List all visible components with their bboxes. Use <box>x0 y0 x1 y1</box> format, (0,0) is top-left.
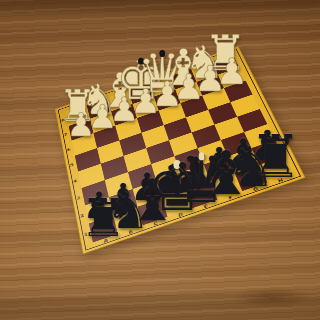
chess-set-photo: ABCDEFGH 87654321 ♜♞♝♚♛♝♞♜♟♟♟♟♟♟♟♟♟♟♟♟♟♟… <box>0 0 320 320</box>
